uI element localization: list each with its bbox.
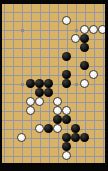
screenshot-frame bbox=[0, 0, 108, 171]
white-stone[interactable] bbox=[62, 16, 71, 25]
black-stone[interactable] bbox=[44, 79, 53, 88]
white-stone[interactable] bbox=[98, 25, 105, 34]
black-stone[interactable] bbox=[62, 79, 71, 88]
black-stone[interactable] bbox=[62, 133, 71, 142]
black-stone[interactable] bbox=[53, 115, 62, 124]
white-stone[interactable] bbox=[62, 106, 71, 115]
black-stone[interactable] bbox=[62, 142, 71, 151]
white-stone[interactable] bbox=[35, 124, 44, 133]
go-board[interactable] bbox=[2, 4, 105, 163]
black-stone[interactable] bbox=[44, 124, 53, 133]
grid-hline bbox=[2, 84, 105, 85]
white-stone[interactable] bbox=[71, 34, 80, 43]
white-stone[interactable] bbox=[26, 106, 35, 115]
white-stone[interactable] bbox=[80, 79, 89, 88]
star-point bbox=[75, 83, 78, 86]
grid-hline bbox=[2, 156, 105, 157]
black-stone[interactable] bbox=[71, 133, 80, 142]
white-stone[interactable] bbox=[53, 124, 62, 133]
white-stone[interactable] bbox=[89, 25, 98, 34]
white-stone[interactable] bbox=[80, 25, 89, 34]
white-stone[interactable] bbox=[89, 70, 98, 79]
black-stone[interactable] bbox=[35, 79, 44, 88]
black-stone[interactable] bbox=[80, 61, 89, 70]
white-stone[interactable] bbox=[26, 97, 35, 106]
black-stone[interactable] bbox=[62, 70, 71, 79]
grid-hline bbox=[2, 39, 105, 40]
black-stone[interactable] bbox=[62, 52, 71, 61]
star-point bbox=[21, 83, 24, 86]
black-stone[interactable] bbox=[62, 115, 71, 124]
grid-hline bbox=[2, 48, 105, 49]
grid-hline bbox=[2, 66, 105, 67]
black-stone[interactable] bbox=[26, 79, 35, 88]
black-stone[interactable] bbox=[35, 88, 44, 97]
black-stone[interactable] bbox=[71, 124, 80, 133]
grid-hline bbox=[2, 12, 105, 13]
white-stone[interactable] bbox=[17, 133, 26, 142]
grid-hline bbox=[2, 93, 105, 94]
grid-hline bbox=[2, 57, 105, 58]
star-point bbox=[75, 29, 78, 32]
grid-hline bbox=[2, 147, 105, 148]
black-stone[interactable] bbox=[44, 88, 53, 97]
white-stone[interactable] bbox=[62, 151, 71, 160]
black-stone[interactable] bbox=[80, 133, 89, 142]
star-point bbox=[21, 29, 24, 32]
black-stone[interactable] bbox=[80, 34, 89, 43]
white-stone[interactable] bbox=[53, 106, 62, 115]
grid-hline bbox=[2, 21, 105, 22]
white-stone[interactable] bbox=[53, 97, 62, 106]
white-stone[interactable] bbox=[35, 97, 44, 106]
black-stone[interactable] bbox=[80, 43, 89, 52]
